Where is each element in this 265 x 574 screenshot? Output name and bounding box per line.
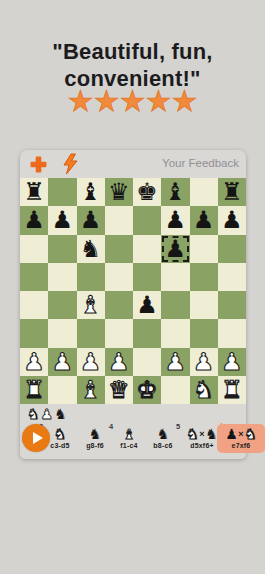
move-piece-icons: ♝ xyxy=(123,425,136,442)
white-rook-piece: ♜ xyxy=(23,378,45,402)
captured-white-knight-icon: ♞ xyxy=(27,407,40,421)
move-piece-icons: ♞ xyxy=(54,425,67,442)
move-list: 3♞c3-d5♞g8-f64♝f1-c4♞b8-c65♞×♞+d5xf6+♟×♞… xyxy=(20,424,246,454)
square-e7[interactable] xyxy=(133,206,161,234)
square-f1[interactable] xyxy=(161,376,189,404)
white-pawn-piece: ♟ xyxy=(193,350,215,374)
move-cell-f1-c4[interactable]: 4♝f1-c4 xyxy=(114,424,144,453)
square-h8[interactable]: ♜ xyxy=(218,178,246,206)
square-d8[interactable]: ♛ xyxy=(105,178,133,206)
app-screenshot-card: Your Feedback ♜♝♛♚♝♜♟♟♟♟♟♟♞♟♝♟♟♟♟♟♟♟♟♜♝♛… xyxy=(20,150,246,459)
square-e3[interactable] xyxy=(133,319,161,347)
move-piece-icons: ♟×♞ xyxy=(225,425,256,442)
square-b6[interactable] xyxy=(48,235,76,263)
square-a5[interactable] xyxy=(20,263,48,291)
black-queen-piece: ♛ xyxy=(108,180,130,204)
square-h6[interactable] xyxy=(218,235,246,263)
square-d4[interactable] xyxy=(105,291,133,319)
square-d5[interactable] xyxy=(105,263,133,291)
square-b3[interactable] xyxy=(48,319,76,347)
lightning-icon[interactable] xyxy=(62,153,79,175)
white-bishop-icon: ♝ xyxy=(123,427,136,441)
white-knight-icon: ♞ xyxy=(244,427,257,441)
white-bishop-piece: ♝ xyxy=(80,293,102,317)
black-rook-piece: ♜ xyxy=(221,180,243,204)
play-triangle-icon xyxy=(33,432,43,444)
square-e8[interactable]: ♚ xyxy=(133,178,161,206)
white-knight-icon: ♞ xyxy=(54,427,67,441)
white-pawn-piece: ♟ xyxy=(80,350,102,374)
square-b1[interactable] xyxy=(48,376,76,404)
move-label: d5xf6+ xyxy=(190,442,214,450)
square-c3[interactable] xyxy=(77,319,105,347)
square-g8[interactable] xyxy=(190,178,218,206)
move-piece-icons: ♞ xyxy=(89,425,102,442)
captured-white-pawn-icon: ♟ xyxy=(41,407,54,421)
square-c7[interactable]: ♟ xyxy=(77,206,105,234)
black-king-piece: ♚ xyxy=(136,180,158,204)
square-e2[interactable] xyxy=(133,348,161,376)
move-cell-e7xf6[interactable]: ♟×♞e7xf6 xyxy=(217,424,265,453)
black-bishop-piece: ♝ xyxy=(80,180,102,204)
capture-x-icon: × xyxy=(238,429,243,439)
square-f3[interactable] xyxy=(161,319,189,347)
square-d7[interactable] xyxy=(105,206,133,234)
move-label: c3-d5 xyxy=(50,442,69,450)
square-h7[interactable]: ♟ xyxy=(218,206,246,234)
square-d1[interactable]: ♛ xyxy=(105,376,133,404)
square-f4[interactable] xyxy=(161,291,189,319)
five-star-rating: ★★★★★ xyxy=(0,84,265,118)
black-pawn-piece: ♟ xyxy=(136,293,158,317)
captured-black-knight-icon: ♞ xyxy=(54,407,67,421)
square-b4[interactable] xyxy=(48,291,76,319)
move-label: f1-c4 xyxy=(120,442,137,450)
square-a3[interactable] xyxy=(20,319,48,347)
black-pawn-piece: ♟ xyxy=(52,208,74,232)
white-king-piece: ♚ xyxy=(136,378,158,402)
square-h2[interactable]: ♟ xyxy=(218,348,246,376)
black-knight-piece: ♞ xyxy=(80,237,102,261)
app-topbar: Your Feedback xyxy=(20,150,246,178)
black-pawn-piece: ♟ xyxy=(165,237,187,261)
move-cell-b8-c6[interactable]: ♞b8-c6 xyxy=(148,424,178,453)
square-e6[interactable] xyxy=(133,235,161,263)
captured-pieces-tray: ♞♟♞ xyxy=(20,404,246,424)
square-h5[interactable] xyxy=(218,263,246,291)
play-button[interactable] xyxy=(22,424,50,452)
square-c2[interactable]: ♟ xyxy=(77,348,105,376)
square-f7[interactable]: ♟ xyxy=(161,206,189,234)
square-g1[interactable]: ♞ xyxy=(190,376,218,404)
white-pawn-piece: ♟ xyxy=(108,350,130,374)
square-a8[interactable]: ♜ xyxy=(20,178,48,206)
white-knight-piece: ♞ xyxy=(193,378,215,402)
square-b8[interactable] xyxy=(48,178,76,206)
square-a7[interactable]: ♟ xyxy=(20,206,48,234)
square-h1[interactable]: ♜ xyxy=(218,376,246,404)
plus-icon[interactable] xyxy=(29,155,48,174)
your-feedback-link[interactable]: Your Feedback xyxy=(162,157,239,169)
square-f5[interactable] xyxy=(161,263,189,291)
move-piece-icons: ♞ xyxy=(157,425,170,442)
black-knight-icon: ♞ xyxy=(89,427,102,441)
white-pawn-piece: ♟ xyxy=(165,350,187,374)
black-rook-piece: ♜ xyxy=(23,180,45,204)
capture-x-icon: × xyxy=(199,429,204,439)
move-number: 5 xyxy=(176,422,180,431)
white-queen-piece: ♛ xyxy=(108,378,130,402)
square-g4[interactable] xyxy=(190,291,218,319)
square-c1[interactable]: ♝ xyxy=(77,376,105,404)
white-pawn-piece: ♟ xyxy=(23,350,45,374)
square-f2[interactable]: ♟ xyxy=(161,348,189,376)
square-e1[interactable]: ♚ xyxy=(133,376,161,404)
square-c8[interactable]: ♝ xyxy=(77,178,105,206)
move-label: g8-f6 xyxy=(86,442,104,450)
black-pawn-piece: ♟ xyxy=(165,208,187,232)
square-h4[interactable] xyxy=(218,291,246,319)
square-g7[interactable]: ♟ xyxy=(190,206,218,234)
black-knight-icon: ♞ xyxy=(205,427,218,441)
black-pawn-icon: ♟ xyxy=(225,427,238,441)
square-d2[interactable]: ♟ xyxy=(105,348,133,376)
square-a4[interactable] xyxy=(20,291,48,319)
square-e4[interactable]: ♟ xyxy=(133,291,161,319)
square-a6[interactable] xyxy=(20,235,48,263)
black-pawn-piece: ♟ xyxy=(80,208,102,232)
square-c4[interactable]: ♝ xyxy=(77,291,105,319)
square-d6[interactable] xyxy=(105,235,133,263)
square-a2[interactable]: ♟ xyxy=(20,348,48,376)
black-pawn-piece: ♟ xyxy=(23,208,45,232)
move-label: b8-c6 xyxy=(153,442,172,450)
white-knight-icon: ♞ xyxy=(186,427,199,441)
move-cell-g8-f6[interactable]: ♞g8-f6 xyxy=(80,424,110,453)
move-label: e7xf6 xyxy=(232,442,251,450)
square-b7[interactable]: ♟ xyxy=(48,206,76,234)
black-bishop-piece: ♝ xyxy=(165,180,187,204)
square-f8[interactable]: ♝ xyxy=(161,178,189,206)
square-c6[interactable]: ♞ xyxy=(77,235,105,263)
square-e5[interactable] xyxy=(133,263,161,291)
square-g3[interactable] xyxy=(190,319,218,347)
review-quote-line1: "Beautiful, fun, xyxy=(0,38,265,65)
white-pawn-piece: ♟ xyxy=(221,350,243,374)
black-pawn-piece: ♟ xyxy=(221,208,243,232)
white-rook-piece: ♜ xyxy=(221,378,243,402)
move-piece-icons: ♞×♞ xyxy=(186,425,217,442)
square-f6[interactable]: ♟ xyxy=(161,235,189,263)
square-g6[interactable] xyxy=(190,235,218,263)
square-h3[interactable] xyxy=(218,319,246,347)
square-b5[interactable] xyxy=(48,263,76,291)
black-knight-icon: ♞ xyxy=(157,427,170,441)
square-c5[interactable] xyxy=(77,263,105,291)
square-a1[interactable]: ♜ xyxy=(20,376,48,404)
move-number: 4 xyxy=(109,422,113,431)
square-g5[interactable] xyxy=(190,263,218,291)
chess-board: ♜♝♛♚♝♜♟♟♟♟♟♟♞♟♝♟♟♟♟♟♟♟♟♜♝♛♚♞♜ xyxy=(20,178,246,404)
square-d3[interactable] xyxy=(105,319,133,347)
square-g2[interactable]: ♟ xyxy=(190,348,218,376)
square-b2[interactable]: ♟ xyxy=(48,348,76,376)
white-bishop-piece: ♝ xyxy=(80,378,102,402)
black-pawn-piece: ♟ xyxy=(193,208,215,232)
white-pawn-piece: ♟ xyxy=(52,350,74,374)
